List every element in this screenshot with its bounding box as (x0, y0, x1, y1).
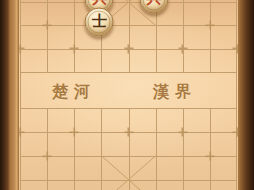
piece-character: 士 (92, 14, 107, 29)
star-point-marker (70, 127, 79, 136)
star-point-marker (43, 151, 52, 160)
board-frame-left (0, 0, 19, 190)
river-label-right: 漢界 (153, 84, 197, 100)
star-point-marker (178, 44, 187, 53)
star-point-marker (205, 151, 214, 160)
star-point-marker (205, 21, 214, 30)
board-frame-right (238, 0, 254, 190)
star-point-marker (43, 21, 52, 30)
xiangqi-app-screen: { "game": "xiangqi", "window": {"descrip… (0, 0, 254, 190)
star-point-marker (124, 127, 133, 136)
xiangqi-board[interactable]: 楚河 漢界 兵兵士 (0, 0, 254, 190)
star-point-marker (70, 44, 79, 53)
palace-diagonals (0, 0, 254, 190)
piece-character: 兵 (146, 0, 161, 6)
river-label-left: 楚河 (52, 84, 96, 100)
black-advisor-piece[interactable]: 士 (85, 8, 114, 37)
star-point-marker (124, 44, 133, 53)
piece-character: 兵 (92, 0, 107, 6)
star-point-marker (178, 127, 187, 136)
